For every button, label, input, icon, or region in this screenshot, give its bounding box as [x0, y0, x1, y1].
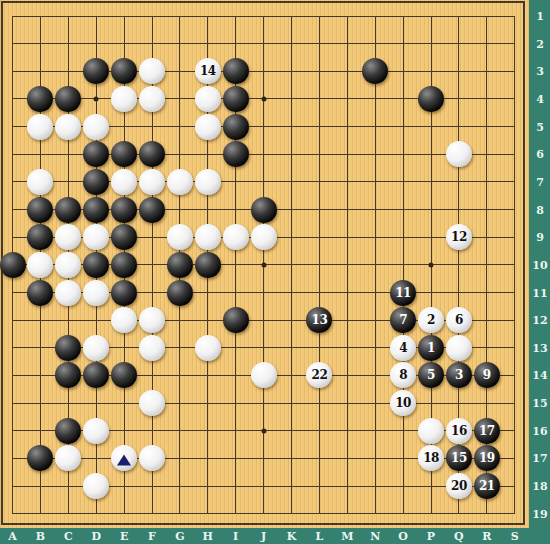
stone-black-j8[interactable] [251, 197, 277, 223]
stone-black-e9[interactable] [111, 224, 137, 250]
stone-white-p16[interactable] [418, 418, 444, 444]
stone-white-c11[interactable] [55, 280, 81, 306]
stone-black-e6[interactable] [111, 141, 137, 167]
stone-black-i3[interactable] [223, 58, 249, 84]
stone-black-n3[interactable] [362, 58, 388, 84]
stone-black-h10[interactable] [195, 252, 221, 278]
stone-black-d8[interactable] [83, 197, 109, 223]
coordinate-strip-right: 12345678910111213141516171819 [529, 0, 550, 528]
stone-white-q18[interactable]: 20 [446, 473, 472, 499]
column-label-g: G [175, 531, 184, 542]
go-board-app: 14121113726412285391016171815192021 ABCD… [0, 0, 550, 544]
stone-white-d18[interactable] [83, 473, 109, 499]
stone-white-d9[interactable] [83, 224, 109, 250]
stone-black-r14[interactable]: 9 [474, 362, 500, 388]
row-label-12: 12 [532, 315, 547, 326]
move-number-label: 9 [483, 368, 491, 382]
column-label-q: Q [454, 531, 464, 542]
stone-white-h9[interactable] [195, 224, 221, 250]
stone-white-e4[interactable] [111, 86, 137, 112]
move-number-label: 4 [399, 341, 407, 355]
column-label-l: L [316, 531, 324, 542]
column-label-k: K [287, 531, 297, 542]
column-label-n: N [370, 531, 380, 542]
column-label-f: F [148, 531, 156, 542]
row-label-4: 4 [536, 93, 544, 104]
stone-black-e14[interactable] [111, 362, 137, 388]
stone-black-c16[interactable] [55, 418, 81, 444]
move-number-label: 6 [455, 313, 463, 327]
stone-black-g11[interactable] [167, 280, 193, 306]
stone-white-h7[interactable] [195, 169, 221, 195]
row-label-1: 1 [536, 11, 544, 22]
row-label-15: 15 [532, 398, 547, 409]
stone-white-q9[interactable]: 12 [446, 224, 472, 250]
stone-black-i12[interactable] [223, 307, 249, 333]
stone-white-h4[interactable] [195, 86, 221, 112]
column-label-j: J [261, 531, 266, 542]
move-number-label: 10 [395, 396, 411, 410]
stone-black-c13[interactable] [55, 335, 81, 361]
move-number-label: 7 [399, 313, 407, 327]
stone-black-f8[interactable] [139, 197, 165, 223]
stone-white-h13[interactable] [195, 335, 221, 361]
column-label-m: M [341, 531, 353, 542]
move-number-label: 19 [479, 451, 495, 465]
stone-black-d10[interactable] [83, 252, 109, 278]
stone-white-c17[interactable] [55, 445, 81, 471]
stone-white-d11[interactable] [83, 280, 109, 306]
stone-black-e8[interactable] [111, 197, 137, 223]
star-point-p10 [429, 262, 434, 267]
stone-black-r17[interactable]: 19 [474, 445, 500, 471]
move-number-label: 2 [427, 313, 435, 327]
stone-black-b11[interactable] [27, 280, 53, 306]
column-label-h: H [203, 531, 213, 542]
move-number-label: 12 [451, 230, 467, 244]
stone-black-i4[interactable] [223, 86, 249, 112]
move-number-label: 20 [451, 479, 467, 493]
column-label-e: E [120, 531, 128, 542]
move-number-label: 1 [427, 341, 435, 355]
stone-white-q6[interactable] [446, 141, 472, 167]
stone-black-e11[interactable] [111, 280, 137, 306]
stone-black-f6[interactable] [139, 141, 165, 167]
row-label-9: 9 [536, 232, 544, 243]
stone-black-d14[interactable] [83, 362, 109, 388]
column-label-b: B [36, 531, 45, 542]
stone-white-f13[interactable] [139, 335, 165, 361]
stone-black-b17[interactable] [27, 445, 53, 471]
stone-white-g9[interactable] [167, 224, 193, 250]
star-point-j4 [261, 96, 266, 101]
column-label-p: P [427, 531, 435, 542]
move-number-label: 8 [399, 368, 407, 382]
row-label-16: 16 [532, 425, 547, 436]
move-number-label: 16 [451, 424, 467, 438]
stone-black-g10[interactable] [167, 252, 193, 278]
row-label-18: 18 [532, 481, 547, 492]
stone-black-o12[interactable]: 7 [390, 307, 416, 333]
row-label-3: 3 [536, 66, 544, 77]
column-label-o: O [398, 531, 408, 542]
move-number-label: 22 [312, 368, 328, 382]
column-label-d: D [91, 531, 101, 542]
stone-white-q13[interactable] [446, 335, 472, 361]
stone-black-r18[interactable]: 21 [474, 473, 500, 499]
stone-black-d6[interactable] [83, 141, 109, 167]
column-label-c: C [64, 531, 73, 542]
stone-black-p13[interactable]: 1 [418, 335, 444, 361]
stone-black-c4[interactable] [55, 86, 81, 112]
row-label-11: 11 [532, 287, 547, 298]
stone-black-i5[interactable] [223, 114, 249, 140]
stone-black-b4[interactable] [27, 86, 53, 112]
stone-white-f17[interactable] [139, 445, 165, 471]
stone-white-p12[interactable]: 2 [418, 307, 444, 333]
row-label-13: 13 [532, 342, 547, 353]
stone-black-p14[interactable]: 5 [418, 362, 444, 388]
star-point-d4 [94, 96, 99, 101]
stone-white-o13[interactable]: 4 [390, 335, 416, 361]
stone-white-f12[interactable] [139, 307, 165, 333]
stone-white-l14[interactable]: 22 [306, 362, 332, 388]
column-label-a: A [8, 531, 17, 542]
stone-black-q17[interactable]: 15 [446, 445, 472, 471]
star-point-j10 [261, 262, 266, 267]
row-label-8: 8 [536, 204, 544, 215]
stone-black-i6[interactable] [223, 141, 249, 167]
triangle-marker-e17 [117, 455, 131, 466]
row-label-2: 2 [536, 38, 544, 49]
stone-white-b10[interactable] [27, 252, 53, 278]
stone-white-g7[interactable] [167, 169, 193, 195]
move-number-label: 18 [423, 451, 439, 465]
stone-white-q16[interactable]: 16 [446, 418, 472, 444]
stone-white-h5[interactable] [195, 114, 221, 140]
move-number-label: 21 [479, 479, 495, 493]
stone-black-a10[interactable] [0, 252, 26, 278]
row-label-6: 6 [536, 149, 544, 160]
stone-white-f7[interactable] [139, 169, 165, 195]
column-label-s: S [511, 531, 519, 542]
stone-black-d7[interactable] [83, 169, 109, 195]
stone-black-d3[interactable] [83, 58, 109, 84]
stone-white-e7[interactable] [111, 169, 137, 195]
stone-white-h3[interactable]: 14 [195, 58, 221, 84]
stone-black-e3[interactable] [111, 58, 137, 84]
stone-white-b5[interactable] [27, 114, 53, 140]
move-number-label: 11 [395, 286, 411, 300]
move-number-label: 15 [451, 451, 467, 465]
stone-white-i9[interactable] [223, 224, 249, 250]
stone-white-p17[interactable]: 18 [418, 445, 444, 471]
stone-black-r16[interactable]: 17 [474, 418, 500, 444]
stone-white-j14[interactable] [251, 362, 277, 388]
stone-white-f4[interactable] [139, 86, 165, 112]
stone-white-c10[interactable] [55, 252, 81, 278]
stone-black-c8[interactable] [55, 197, 81, 223]
stone-white-o15[interactable]: 10 [390, 390, 416, 416]
row-label-17: 17 [532, 453, 547, 464]
coordinate-strip-bottom: ABCDEFGHIJKLMNOPQRS [0, 528, 550, 544]
stone-black-b8[interactable] [27, 197, 53, 223]
stone-white-q12[interactable]: 6 [446, 307, 472, 333]
stone-black-c14[interactable] [55, 362, 81, 388]
move-number-label: 3 [455, 368, 463, 382]
star-point-j16 [261, 428, 266, 433]
row-label-5: 5 [536, 121, 544, 132]
row-label-19: 19 [532, 508, 547, 519]
stone-white-e12[interactable] [111, 307, 137, 333]
move-number-label: 17 [479, 424, 495, 438]
row-label-10: 10 [532, 259, 547, 270]
stone-black-p4[interactable] [418, 86, 444, 112]
row-label-7: 7 [536, 176, 544, 187]
stone-white-o14[interactable]: 8 [390, 362, 416, 388]
move-number-label: 13 [312, 313, 328, 327]
stone-white-d16[interactable] [83, 418, 109, 444]
move-number-label: 5 [427, 368, 435, 382]
stone-black-o11[interactable]: 11 [390, 280, 416, 306]
stone-black-q14[interactable]: 3 [446, 362, 472, 388]
stone-white-d5[interactable] [83, 114, 109, 140]
stone-white-f3[interactable] [139, 58, 165, 84]
column-label-r: R [482, 531, 491, 542]
stone-white-c5[interactable] [55, 114, 81, 140]
stone-white-c9[interactable] [55, 224, 81, 250]
stone-white-b7[interactable] [27, 169, 53, 195]
stone-black-e10[interactable] [111, 252, 137, 278]
move-number-label: 14 [200, 64, 216, 78]
row-label-14: 14 [532, 370, 547, 381]
stone-white-j9[interactable] [251, 224, 277, 250]
stone-black-b9[interactable] [27, 224, 53, 250]
stone-white-f15[interactable] [139, 390, 165, 416]
stone-white-d13[interactable] [83, 335, 109, 361]
stone-black-l12[interactable]: 13 [306, 307, 332, 333]
column-label-i: I [233, 531, 238, 542]
